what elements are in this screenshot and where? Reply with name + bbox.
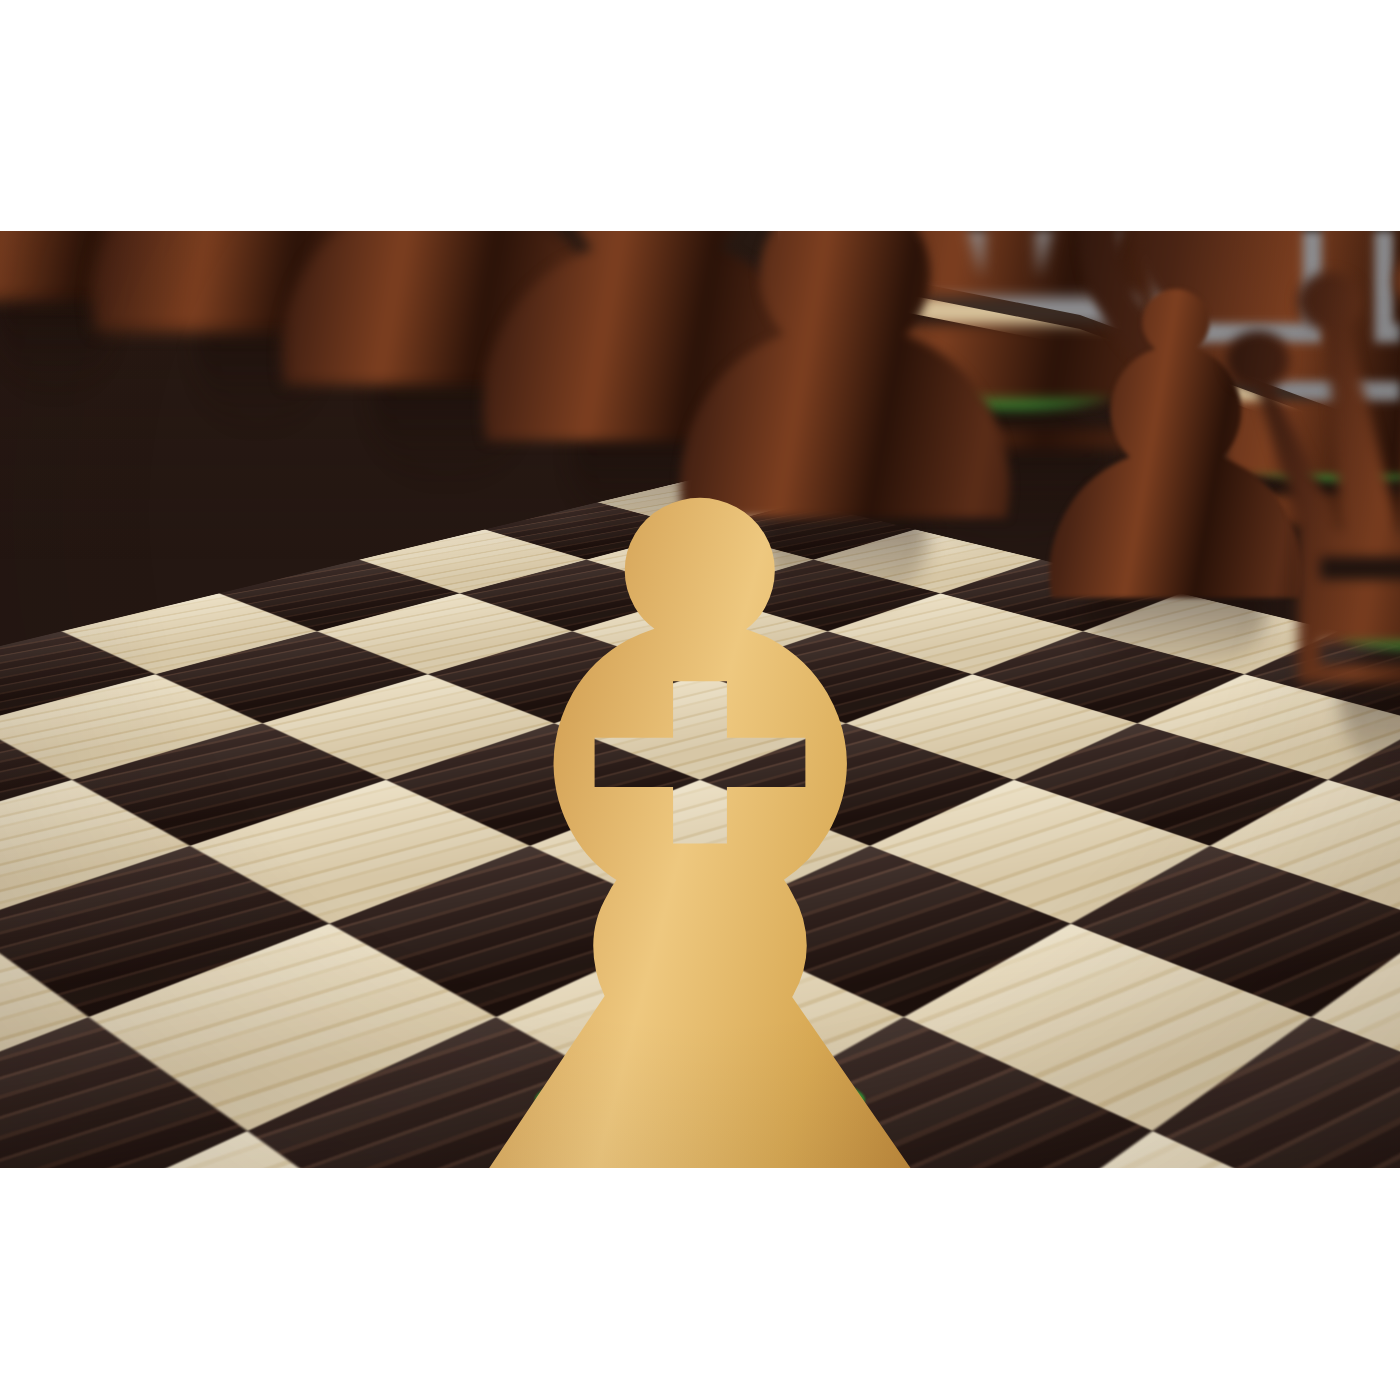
black-pawn-partial-1: ♟ [0,231,244,261]
black-king-reflection [1246,471,1400,621]
black-pawn-1: ♟ [254,231,641,344]
black-pawn-1-reflection [372,346,522,484]
black-pawn-1-glyph: ♟ [200,231,693,408]
black-pawn-partial-1-felt-base [0,245,113,268]
black-pawn-partial-2-glyph: ♟ [11,231,504,355]
black-pawn-4-felt-base [1085,542,1267,578]
black-pawn-partial-2-reflection [196,293,321,431]
black-pawn-2-felt-base [572,374,740,408]
black-pawn-partial-2-felt-base [196,274,321,299]
black-pawn-3-felt-base [763,454,928,487]
black-pawn-partial-2: ♟ [65,231,452,291]
chess-set-photo: ♟♟♟♟♛♟♚♟♛♝ [0,231,1400,1168]
chess-set-photo-page: ♟♟♟♟♛♟♚♟♛♝ [0,0,1400,1400]
black-queen-reflection [913,399,1108,549]
black-pawn-1-felt-base [372,323,522,353]
black-pawn-partial-1-glyph: ♟ [0,231,296,324]
black-queen-felt-base [913,370,1108,409]
black-pawn-partial-1-reflection [0,263,113,397]
